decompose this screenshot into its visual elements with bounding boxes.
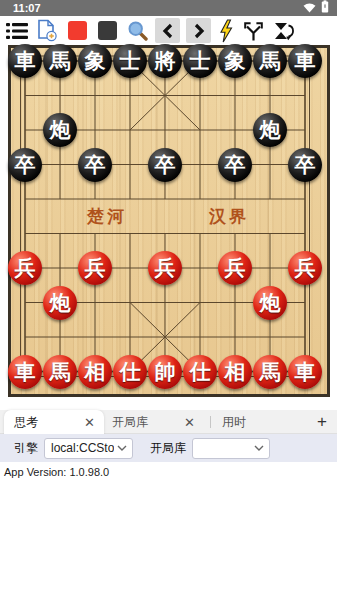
piece-red-soldier[interactable]: 兵 <box>148 251 182 285</box>
tab-time-used-label: 用时 <box>222 414 246 431</box>
xiangqi-board[interactable]: 楚河 汉界 車馬象士將士象馬車炮炮卒卒卒卒卒兵兵兵兵兵炮炮車馬相仕帥仕相馬車 <box>8 45 330 397</box>
tab-thinking-label: 思考 <box>14 414 38 431</box>
next-move-button[interactable] <box>186 18 211 43</box>
piece-black-general[interactable]: 將 <box>148 44 182 78</box>
piece-red-chariot[interactable]: 車 <box>288 355 322 389</box>
chevron-down-icon <box>254 445 264 451</box>
piece-black-soldier[interactable]: 卒 <box>288 148 322 182</box>
chevron-down-icon <box>117 445 127 451</box>
piece-red-soldier[interactable]: 兵 <box>78 251 112 285</box>
piece-black-advisor[interactable]: 士 <box>113 44 147 78</box>
piece-black-cannon[interactable]: 炮 <box>253 113 287 147</box>
tab-time-used[interactable]: 用时 <box>222 410 272 434</box>
status-time: 11:07 <box>13 2 41 14</box>
dark-square-button[interactable] <box>95 18 119 44</box>
engine-select[interactable]: local:CCSto <box>44 438 133 459</box>
search-icon[interactable] <box>125 18 149 44</box>
piece-red-elephant[interactable]: 相 <box>218 355 252 389</box>
piece-red-cannon[interactable]: 炮 <box>43 286 77 320</box>
piece-black-chariot[interactable]: 車 <box>8 44 42 78</box>
piece-red-chariot[interactable]: 車 <box>8 355 42 389</box>
close-icon[interactable]: ✕ <box>184 416 195 429</box>
piece-red-elephant[interactable]: 相 <box>78 355 112 389</box>
piece-black-soldier[interactable]: 卒 <box>218 148 252 182</box>
piece-black-chariot[interactable]: 車 <box>288 44 322 78</box>
tab-opening-book[interactable]: 开局库 ✕ <box>112 410 204 434</box>
piece-red-general[interactable]: 帥 <box>148 355 182 389</box>
piece-black-cannon[interactable]: 炮 <box>43 113 77 147</box>
piece-layer: 車馬象士將士象馬車炮炮卒卒卒卒卒兵兵兵兵兵炮炮車馬相仕帥仕相馬車 <box>8 45 330 397</box>
engine-lightning-icon[interactable] <box>217 18 235 44</box>
wifi-icon <box>303 0 316 17</box>
piece-black-soldier[interactable]: 卒 <box>78 148 112 182</box>
app-version-text: App Version: 1.0.98.0 <box>4 466 109 478</box>
piece-red-horse[interactable]: 馬 <box>43 355 77 389</box>
tab-bar: 思考 ✕ 开局库 ✕ 用时 + <box>0 410 337 434</box>
add-tab-button[interactable]: + <box>317 410 327 434</box>
piece-black-soldier[interactable]: 卒 <box>148 148 182 182</box>
menu-list-icon[interactable] <box>5 18 29 44</box>
piece-red-advisor[interactable]: 仕 <box>113 355 147 389</box>
piece-red-soldier[interactable]: 兵 <box>218 251 252 285</box>
piece-black-horse[interactable]: 馬 <box>253 44 287 78</box>
tab-opening-book-label: 开局库 <box>112 414 148 431</box>
new-file-icon[interactable] <box>35 18 59 44</box>
piece-black-elephant[interactable]: 象 <box>78 44 112 78</box>
piece-red-advisor[interactable]: 仕 <box>183 355 217 389</box>
piece-red-cannon[interactable]: 炮 <box>253 286 287 320</box>
prev-move-button[interactable] <box>155 18 180 43</box>
engine-bar: 引擎 local:CCSto 开局库 <box>0 434 337 462</box>
piece-black-soldier[interactable]: 卒 <box>8 148 42 182</box>
piece-black-advisor[interactable]: 士 <box>183 44 217 78</box>
piece-red-horse[interactable]: 馬 <box>253 355 287 389</box>
engine-select-value: local:CCSto <box>51 441 114 455</box>
battery-icon <box>321 0 329 17</box>
book-label: 开局库 <box>150 440 186 457</box>
piece-red-soldier[interactable]: 兵 <box>288 251 322 285</box>
book-select[interactable] <box>192 438 270 459</box>
toolbar <box>0 16 337 45</box>
piece-black-elephant[interactable]: 象 <box>218 44 252 78</box>
engine-label: 引擎 <box>14 440 38 457</box>
tab-thinking[interactable]: 思考 ✕ <box>4 410 104 434</box>
piece-black-horse[interactable]: 馬 <box>43 44 77 78</box>
red-square-button[interactable] <box>65 18 89 44</box>
status-bar: 11:07 <box>0 0 337 16</box>
piece-red-soldier[interactable]: 兵 <box>8 251 42 285</box>
flip-board-icon[interactable] <box>271 18 295 44</box>
tab-divider <box>210 416 211 428</box>
app-screen: 11:07 <box>0 0 337 600</box>
close-icon[interactable]: ✕ <box>84 416 95 429</box>
variation-branch-icon[interactable] <box>241 18 265 44</box>
